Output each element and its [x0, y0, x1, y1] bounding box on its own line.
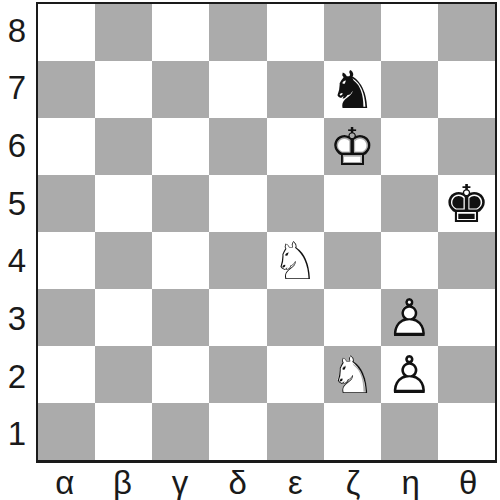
square-c4[interactable]	[152, 232, 209, 289]
piece-fill-layer: ♚	[329, 118, 376, 175]
chess-diagram: 87654321 ♞♚♔♚♞♘♟♙♞♘♟♙ αβγδεζηθ	[0, 0, 500, 500]
square-h5[interactable]: ♚	[438, 175, 495, 232]
file-label-b: β	[94, 461, 152, 500]
square-c1[interactable]	[152, 403, 209, 460]
square-c6[interactable]	[152, 118, 209, 175]
rank-label-5: 5	[0, 175, 34, 233]
square-d6[interactable]	[209, 118, 266, 175]
square-h4[interactable]	[438, 232, 495, 289]
square-f6[interactable]: ♚♔	[324, 118, 381, 175]
white-pawn[interactable]: ♟♙	[381, 346, 438, 403]
square-h3[interactable]	[438, 289, 495, 346]
square-g8[interactable]	[381, 4, 438, 61]
square-e4[interactable]: ♞♘	[267, 232, 324, 289]
square-d4[interactable]	[209, 232, 266, 289]
square-e6[interactable]	[267, 118, 324, 175]
square-b2[interactable]	[95, 346, 152, 403]
piece-fill-layer: ♟	[386, 346, 433, 403]
chess-board: ♞♚♔♚♞♘♟♙♞♘♟♙	[36, 2, 497, 463]
square-e5[interactable]	[267, 175, 324, 232]
square-g2[interactable]: ♟♙	[381, 346, 438, 403]
square-g6[interactable]	[381, 118, 438, 175]
square-c5[interactable]	[152, 175, 209, 232]
square-e8[interactable]	[267, 4, 324, 61]
square-b4[interactable]	[95, 232, 152, 289]
square-a4[interactable]	[38, 232, 95, 289]
square-c3[interactable]	[152, 289, 209, 346]
file-label-g: η	[382, 461, 440, 500]
square-h8[interactable]	[438, 4, 495, 61]
rank-label-3: 3	[0, 290, 34, 348]
file-label-a: α	[36, 461, 94, 500]
rank-label-8: 8	[0, 2, 34, 60]
file-labels: αβγδεζηθ	[36, 461, 497, 500]
square-a8[interactable]	[38, 4, 95, 61]
piece-glyph: ♚	[443, 175, 490, 232]
square-d2[interactable]	[209, 346, 266, 403]
square-f4[interactable]	[324, 232, 381, 289]
piece-glyph: ♞	[329, 61, 376, 118]
square-f1[interactable]	[324, 403, 381, 460]
square-b7[interactable]	[95, 61, 152, 118]
square-g1[interactable]	[381, 403, 438, 460]
square-h1[interactable]	[438, 403, 495, 460]
file-label-e: ε	[267, 461, 325, 500]
square-d7[interactable]	[209, 61, 266, 118]
black-king[interactable]: ♚	[438, 175, 495, 232]
square-a7[interactable]	[38, 61, 95, 118]
rank-label-7: 7	[0, 60, 34, 118]
piece-outline-layer: ♙	[386, 346, 433, 403]
square-g5[interactable]	[381, 175, 438, 232]
square-b8[interactable]	[95, 4, 152, 61]
square-b3[interactable]	[95, 289, 152, 346]
piece-outline-layer: ♙	[386, 289, 433, 346]
piece-fill-layer: ♟	[386, 289, 433, 346]
square-e1[interactable]	[267, 403, 324, 460]
square-e2[interactable]	[267, 346, 324, 403]
rank-labels: 87654321	[0, 2, 34, 463]
square-f3[interactable]	[324, 289, 381, 346]
rank-label-6: 6	[0, 117, 34, 175]
square-d5[interactable]	[209, 175, 266, 232]
square-a1[interactable]	[38, 403, 95, 460]
square-f2[interactable]: ♞♘	[324, 346, 381, 403]
file-label-f: ζ	[324, 461, 382, 500]
white-knight[interactable]: ♞♘	[267, 232, 324, 289]
rank-label-1: 1	[0, 405, 34, 463]
square-b6[interactable]	[95, 118, 152, 175]
black-knight[interactable]: ♞	[324, 61, 381, 118]
square-c7[interactable]	[152, 61, 209, 118]
square-a2[interactable]	[38, 346, 95, 403]
square-g7[interactable]	[381, 61, 438, 118]
square-g3[interactable]: ♟♙	[381, 289, 438, 346]
white-pawn[interactable]: ♟♙	[381, 289, 438, 346]
square-e7[interactable]	[267, 61, 324, 118]
square-f5[interactable]	[324, 175, 381, 232]
square-f8[interactable]	[324, 4, 381, 61]
square-d3[interactable]	[209, 289, 266, 346]
square-g4[interactable]	[381, 232, 438, 289]
rank-label-2: 2	[0, 348, 34, 406]
piece-fill-layer: ♞	[272, 232, 319, 289]
square-d8[interactable]	[209, 4, 266, 61]
square-b1[interactable]	[95, 403, 152, 460]
square-c2[interactable]	[152, 346, 209, 403]
square-h2[interactable]	[438, 346, 495, 403]
file-label-c: γ	[151, 461, 209, 500]
piece-fill-layer: ♞	[329, 346, 376, 403]
white-king[interactable]: ♚♔	[324, 118, 381, 175]
piece-outline-layer: ♘	[272, 232, 319, 289]
file-label-h: θ	[439, 461, 497, 500]
square-e3[interactable]	[267, 289, 324, 346]
square-a3[interactable]	[38, 289, 95, 346]
file-label-d: δ	[209, 461, 267, 500]
square-f7[interactable]: ♞	[324, 61, 381, 118]
white-knight[interactable]: ♞♘	[324, 346, 381, 403]
square-h6[interactable]	[438, 118, 495, 175]
square-h7[interactable]	[438, 61, 495, 118]
square-b5[interactable]	[95, 175, 152, 232]
square-a6[interactable]	[38, 118, 95, 175]
square-c8[interactable]	[152, 4, 209, 61]
square-d1[interactable]	[209, 403, 266, 460]
rank-label-4: 4	[0, 233, 34, 291]
piece-outline-layer: ♔	[329, 118, 376, 175]
square-a5[interactable]	[38, 175, 95, 232]
piece-outline-layer: ♘	[329, 346, 376, 403]
